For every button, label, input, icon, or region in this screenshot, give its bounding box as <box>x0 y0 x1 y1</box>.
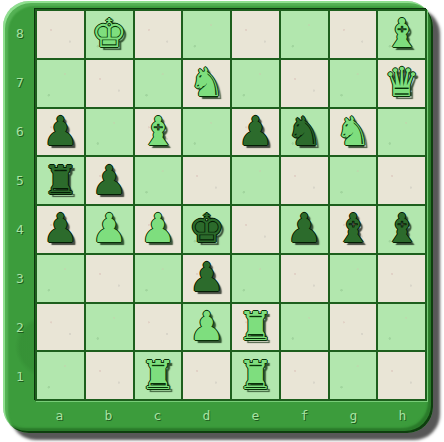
square-e7[interactable] <box>232 60 279 107</box>
square-h2[interactable] <box>378 304 425 351</box>
square-c7[interactable] <box>135 60 182 107</box>
rank-label-3: 3 <box>5 254 35 303</box>
square-c1[interactable]: ♜ <box>135 352 182 399</box>
square-f2[interactable] <box>281 304 328 351</box>
piece-black-pawn[interactable]: ♟ <box>42 208 78 248</box>
piece-white-rook[interactable]: ♜ <box>237 306 273 346</box>
square-d5[interactable] <box>183 157 230 204</box>
square-c8[interactable] <box>135 11 182 58</box>
square-h5[interactable] <box>378 157 425 204</box>
piece-white-king[interactable]: ♚ <box>91 13 127 53</box>
square-e4[interactable] <box>232 206 279 253</box>
square-b6[interactable] <box>86 109 133 156</box>
square-d8[interactable] <box>183 11 230 58</box>
piece-black-pawn[interactable]: ♟ <box>91 160 127 200</box>
piece-black-bishop[interactable]: ♝ <box>384 208 420 248</box>
square-e3[interactable] <box>232 255 279 302</box>
square-d7[interactable]: ♞ <box>183 60 230 107</box>
piece-white-knight[interactable]: ♞ <box>189 62 225 102</box>
piece-white-pawn[interactable]: ♟ <box>189 306 225 346</box>
file-label-g: g <box>329 401 378 429</box>
square-a3[interactable] <box>37 255 84 302</box>
square-g2[interactable] <box>330 304 377 351</box>
square-g1[interactable] <box>330 352 377 399</box>
square-a7[interactable] <box>37 60 84 107</box>
square-h6[interactable] <box>378 109 425 156</box>
file-label-e: e <box>231 401 280 429</box>
square-f4[interactable]: ♟ <box>281 206 328 253</box>
file-label-c: c <box>133 401 182 429</box>
square-b7[interactable] <box>86 60 133 107</box>
piece-white-pawn[interactable]: ♟ <box>140 208 176 248</box>
square-b3[interactable] <box>86 255 133 302</box>
piece-black-rook[interactable]: ♜ <box>42 160 78 200</box>
square-a6[interactable]: ♟ <box>37 109 84 156</box>
rank-label-7: 7 <box>5 58 35 107</box>
square-d6[interactable] <box>183 109 230 156</box>
square-c5[interactable] <box>135 157 182 204</box>
piece-white-queen[interactable]: ♛ <box>384 62 420 102</box>
rank-label-2: 2 <box>5 303 35 352</box>
piece-black-pawn[interactable]: ♟ <box>286 208 322 248</box>
square-b5[interactable]: ♟ <box>86 157 133 204</box>
square-e1[interactable]: ♜ <box>232 352 279 399</box>
square-c3[interactable] <box>135 255 182 302</box>
file-label-d: d <box>182 401 231 429</box>
chess-board: ♚♝♞♛♟♝♟♞♞♜♟♟♟♟♚♟♝♝♟♟♜♜♜ <box>35 9 427 401</box>
square-g5[interactable] <box>330 157 377 204</box>
square-a1[interactable] <box>37 352 84 399</box>
square-c6[interactable]: ♝ <box>135 109 182 156</box>
square-f1[interactable] <box>281 352 328 399</box>
square-f8[interactable] <box>281 11 328 58</box>
square-g8[interactable] <box>330 11 377 58</box>
square-g3[interactable] <box>330 255 377 302</box>
rank-label-5: 5 <box>5 156 35 205</box>
file-label-a: a <box>35 401 84 429</box>
piece-white-knight[interactable]: ♞ <box>335 111 371 151</box>
square-f6[interactable]: ♞ <box>281 109 328 156</box>
square-h1[interactable] <box>378 352 425 399</box>
square-h8[interactable]: ♝ <box>378 11 425 58</box>
piece-black-pawn[interactable]: ♟ <box>237 111 273 151</box>
square-b8[interactable]: ♚ <box>86 11 133 58</box>
square-e8[interactable] <box>232 11 279 58</box>
square-e6[interactable]: ♟ <box>232 109 279 156</box>
rank-label-1: 1 <box>5 352 35 401</box>
board-frame: 87654321 ♚♝♞♛♟♝♟♞♞♜♟♟♟♟♚♟♝♝♟♟♜♜♜ abcdefg… <box>3 1 433 433</box>
piece-white-bishop[interactable]: ♝ <box>384 13 420 53</box>
square-d4[interactable]: ♚ <box>183 206 230 253</box>
square-e2[interactable]: ♜ <box>232 304 279 351</box>
piece-white-rook[interactable]: ♜ <box>140 355 176 395</box>
square-d3[interactable]: ♟ <box>183 255 230 302</box>
file-label-b: b <box>84 401 133 429</box>
piece-black-knight[interactable]: ♞ <box>286 111 322 151</box>
square-h4[interactable]: ♝ <box>378 206 425 253</box>
piece-white-bishop[interactable]: ♝ <box>140 111 176 151</box>
file-label-f: f <box>280 401 329 429</box>
piece-black-king[interactable]: ♚ <box>189 208 225 248</box>
rank-labels: 87654321 <box>5 9 35 401</box>
square-d1[interactable] <box>183 352 230 399</box>
square-a5[interactable]: ♜ <box>37 157 84 204</box>
square-c2[interactable] <box>135 304 182 351</box>
square-a4[interactable]: ♟ <box>37 206 84 253</box>
rank-label-8: 8 <box>5 9 35 58</box>
square-g7[interactable] <box>330 60 377 107</box>
square-g4[interactable]: ♝ <box>330 206 377 253</box>
file-label-h: h <box>378 401 427 429</box>
square-d2[interactable]: ♟ <box>183 304 230 351</box>
piece-black-pawn[interactable]: ♟ <box>189 257 225 297</box>
rank-label-6: 6 <box>5 107 35 156</box>
chess-app-window: 87654321 ♚♝♞♛♟♝♟♞♞♜♟♟♟♟♚♟♝♝♟♟♜♜♜ abcdefg… <box>0 0 444 442</box>
piece-white-rook[interactable]: ♜ <box>237 355 273 395</box>
square-g6[interactable]: ♞ <box>330 109 377 156</box>
piece-white-pawn[interactable]: ♟ <box>91 208 127 248</box>
rank-label-4: 4 <box>5 205 35 254</box>
square-e5[interactable] <box>232 157 279 204</box>
piece-black-bishop[interactable]: ♝ <box>335 208 371 248</box>
square-c4[interactable]: ♟ <box>135 206 182 253</box>
square-h7[interactable]: ♛ <box>378 60 425 107</box>
file-labels: abcdefgh <box>35 401 427 429</box>
square-b1[interactable] <box>86 352 133 399</box>
square-f5[interactable] <box>281 157 328 204</box>
square-a2[interactable] <box>37 304 84 351</box>
square-b2[interactable] <box>86 304 133 351</box>
square-f3[interactable] <box>281 255 328 302</box>
square-a8[interactable] <box>37 11 84 58</box>
square-f7[interactable] <box>281 60 328 107</box>
square-b4[interactable]: ♟ <box>86 206 133 253</box>
piece-black-pawn[interactable]: ♟ <box>42 111 78 151</box>
square-h3[interactable] <box>378 255 425 302</box>
